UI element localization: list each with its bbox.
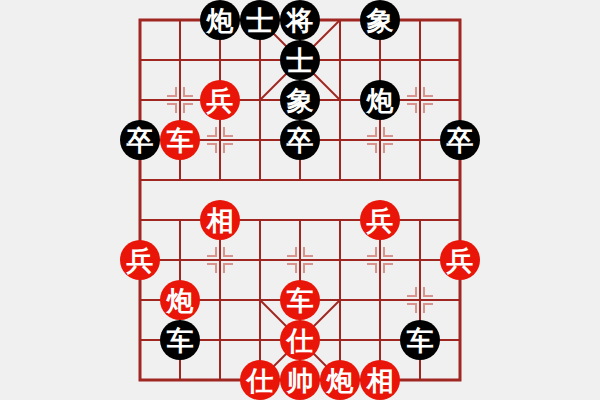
piece-red-pawn[interactable]: 兵 bbox=[200, 80, 240, 120]
xiangqi-app: 炮士将象士兵象炮卒车卒卒相兵兵兵炮车车仕车仕帅炮相 bbox=[0, 0, 600, 400]
piece-black-advisor[interactable]: 士 bbox=[280, 40, 320, 80]
piece-black-pawn[interactable]: 卒 bbox=[280, 120, 320, 160]
piece-red-pawn[interactable]: 兵 bbox=[120, 240, 160, 280]
piece-black-cannon[interactable]: 炮 bbox=[360, 80, 400, 120]
piece-red-elephant[interactable]: 相 bbox=[200, 200, 240, 240]
piece-black-elephant[interactable]: 象 bbox=[280, 80, 320, 120]
piece-black-chariot[interactable]: 车 bbox=[400, 320, 440, 360]
piece-red-advisor[interactable]: 仕 bbox=[280, 320, 320, 360]
piece-black-advisor[interactable]: 士 bbox=[240, 0, 280, 40]
piece-red-chariot[interactable]: 车 bbox=[280, 280, 320, 320]
piece-black-pawn[interactable]: 卒 bbox=[120, 120, 160, 160]
xiangqi-board[interactable]: 炮士将象士兵象炮卒车卒卒相兵兵兵炮车车仕车仕帅炮相 bbox=[120, 0, 480, 400]
piece-red-cannon[interactable]: 炮 bbox=[320, 360, 360, 400]
piece-layer[interactable]: 炮士将象士兵象炮卒车卒卒相兵兵兵炮车车仕车仕帅炮相 bbox=[120, 0, 480, 400]
piece-red-pawn[interactable]: 兵 bbox=[440, 240, 480, 280]
piece-red-pawn[interactable]: 兵 bbox=[360, 200, 400, 240]
piece-black-chariot[interactable]: 车 bbox=[160, 320, 200, 360]
piece-black-pawn[interactable]: 卒 bbox=[440, 120, 480, 160]
piece-red-cannon[interactable]: 炮 bbox=[160, 280, 200, 320]
piece-black-general[interactable]: 将 bbox=[280, 0, 320, 40]
piece-red-general[interactable]: 帅 bbox=[280, 360, 320, 400]
piece-red-advisor[interactable]: 仕 bbox=[240, 360, 280, 400]
piece-black-cannon[interactable]: 炮 bbox=[200, 0, 240, 40]
piece-red-elephant[interactable]: 相 bbox=[360, 360, 400, 400]
piece-red-chariot[interactable]: 车 bbox=[160, 120, 200, 160]
piece-black-elephant[interactable]: 象 bbox=[360, 0, 400, 40]
